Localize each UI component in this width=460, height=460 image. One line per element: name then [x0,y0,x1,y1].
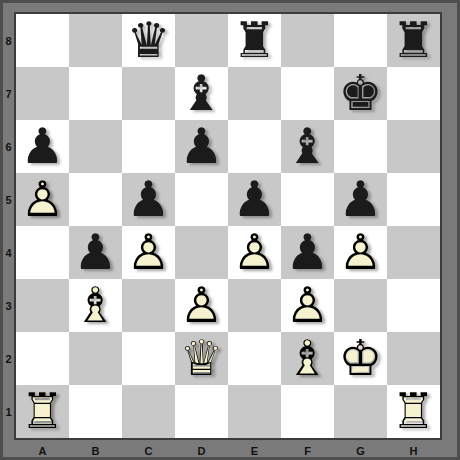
white-pawn-icon: ♟ [16,173,69,226]
piece-black-pawn-c5[interactable]: ♟ [122,173,175,226]
square-g8[interactable] [334,14,387,67]
square-a3[interactable] [16,279,69,332]
file-label-e: E [228,444,281,457]
square-c1[interactable] [122,385,175,438]
white-bishop-icon: ♝ [69,279,122,332]
white-pawn-icon: ♟ [281,279,334,332]
black-pawn-icon: ♟ [16,120,69,173]
piece-white-pawn-g4[interactable]: ♟♙ [334,226,387,279]
piece-black-pawn-f4[interactable]: ♟ [281,226,334,279]
square-g5[interactable]: ♟ [334,173,387,226]
piece-white-rook-a1[interactable]: ♜♖ [16,385,69,438]
rank-label-7: 7 [3,67,14,120]
square-a5[interactable]: ♟♙ [16,173,69,226]
square-f2[interactable]: ♝♗ [281,332,334,385]
piece-black-pawn-a6[interactable]: ♟ [16,120,69,173]
piece-black-bishop-d7[interactable]: ♝ [175,67,228,120]
piece-black-king-g7[interactable]: ♚ [334,67,387,120]
square-b4[interactable]: ♟ [69,226,122,279]
piece-white-pawn-c4[interactable]: ♟♙ [122,226,175,279]
black-pawn-icon: ♟ [69,226,122,279]
square-b3[interactable]: ♝♗ [69,279,122,332]
square-c6[interactable] [122,120,175,173]
white-pawn-outline-icon: ♙ [16,173,69,226]
square-g1[interactable] [334,385,387,438]
file-label-c: C [122,444,175,457]
square-e2[interactable] [228,332,281,385]
square-a1[interactable]: ♜♖ [16,385,69,438]
square-f1[interactable] [281,385,334,438]
black-pawn-icon: ♟ [334,173,387,226]
square-e4[interactable]: ♟♙ [228,226,281,279]
piece-black-bishop-f6[interactable]: ♝ [281,120,334,173]
square-a6[interactable]: ♟ [16,120,69,173]
square-e6[interactable] [228,120,281,173]
piece-black-rook-h8[interactable]: ♜ [387,14,440,67]
white-king-icon: ♚ [334,332,387,385]
square-c4[interactable]: ♟♙ [122,226,175,279]
white-rook-icon: ♜ [16,385,69,438]
black-rook-icon: ♜ [228,14,281,67]
black-queen-icon: ♛ [122,14,175,67]
square-g7[interactable]: ♚ [334,67,387,120]
square-h7[interactable] [387,67,440,120]
square-d7[interactable]: ♝ [175,67,228,120]
square-e1[interactable] [228,385,281,438]
square-c7[interactable] [122,67,175,120]
black-bishop-icon: ♝ [175,67,228,120]
file-label-b: B [69,444,122,457]
square-e8[interactable]: ♜ [228,14,281,67]
square-b1[interactable] [69,385,122,438]
black-pawn-icon: ♟ [281,226,334,279]
square-g4[interactable]: ♟♙ [334,226,387,279]
chess-board-window: ♛♜♜♝♚♟♟♝♟♙♟♟♟♟♟♙♟♙♟♟♙♝♗♟♙♟♙♛♕♝♗♚♔♜♖♜♖ 87… [0,0,460,460]
piece-white-queen-d2[interactable]: ♛♕ [175,332,228,385]
piece-white-pawn-d3[interactable]: ♟♙ [175,279,228,332]
square-e5[interactable]: ♟ [228,173,281,226]
square-h5[interactable] [387,173,440,226]
piece-white-pawn-f3[interactable]: ♟♙ [281,279,334,332]
piece-white-pawn-e4[interactable]: ♟♙ [228,226,281,279]
board-frame: ♛♜♜♝♚♟♟♝♟♙♟♟♟♟♟♙♟♙♟♟♙♝♗♟♙♟♙♛♕♝♗♚♔♜♖♜♖ [14,12,442,440]
square-c5[interactable]: ♟ [122,173,175,226]
square-d5[interactable] [175,173,228,226]
square-f3[interactable]: ♟♙ [281,279,334,332]
white-pawn-outline-icon: ♙ [334,226,387,279]
rank-label-4: 4 [3,226,14,279]
white-bishop-outline-icon: ♗ [69,279,122,332]
square-c2[interactable] [122,332,175,385]
square-a7[interactable] [16,67,69,120]
square-e7[interactable] [228,67,281,120]
square-c8[interactable]: ♛ [122,14,175,67]
white-queen-icon: ♛ [175,332,228,385]
square-d8[interactable] [175,14,228,67]
square-h6[interactable] [387,120,440,173]
file-label-g: G [334,444,387,457]
white-pawn-outline-icon: ♙ [228,226,281,279]
square-h1[interactable]: ♜♖ [387,385,440,438]
rank-label-5: 5 [3,173,14,226]
white-pawn-icon: ♟ [122,226,175,279]
white-rook-icon: ♜ [387,385,440,438]
square-d1[interactable] [175,385,228,438]
square-h2[interactable] [387,332,440,385]
file-label-f: F [281,444,334,457]
square-b6[interactable] [69,120,122,173]
square-d6[interactable]: ♟ [175,120,228,173]
white-queen-outline-icon: ♕ [175,332,228,385]
square-d3[interactable]: ♟♙ [175,279,228,332]
piece-black-pawn-b4[interactable]: ♟ [69,226,122,279]
square-f5[interactable] [281,173,334,226]
square-d4[interactable] [175,226,228,279]
square-a8[interactable] [16,14,69,67]
white-bishop-icon: ♝ [281,332,334,385]
rank-label-2: 2 [3,332,14,385]
square-f6[interactable]: ♝ [281,120,334,173]
white-pawn-outline-icon: ♙ [281,279,334,332]
piece-black-pawn-e5[interactable]: ♟ [228,173,281,226]
square-b8[interactable] [69,14,122,67]
file-label-d: D [175,444,228,457]
piece-black-queen-c8[interactable]: ♛ [122,14,175,67]
black-bishop-icon: ♝ [281,120,334,173]
piece-black-pawn-g5[interactable]: ♟ [334,173,387,226]
rank-label-1: 1 [3,385,14,438]
white-pawn-outline-icon: ♙ [122,226,175,279]
square-b7[interactable] [69,67,122,120]
board: ♛♜♜♝♚♟♟♝♟♙♟♟♟♟♟♙♟♙♟♟♙♝♗♟♙♟♙♛♕♝♗♚♔♜♖♜♖ [16,14,440,438]
square-h8[interactable]: ♜ [387,14,440,67]
white-rook-outline-icon: ♖ [16,385,69,438]
square-a2[interactable] [16,332,69,385]
piece-white-bishop-b3[interactable]: ♝♗ [69,279,122,332]
white-bishop-outline-icon: ♗ [281,332,334,385]
square-f7[interactable] [281,67,334,120]
white-pawn-outline-icon: ♙ [175,279,228,332]
white-king-outline-icon: ♔ [334,332,387,385]
square-g3[interactable] [334,279,387,332]
file-label-h: H [387,444,440,457]
black-pawn-icon: ♟ [175,120,228,173]
black-rook-icon: ♜ [387,14,440,67]
piece-black-rook-e8[interactable]: ♜ [228,14,281,67]
rank-label-3: 3 [3,279,14,332]
square-g2[interactable]: ♚♔ [334,332,387,385]
rank-label-6: 6 [3,120,14,173]
square-b5[interactable] [69,173,122,226]
square-c3[interactable] [122,279,175,332]
white-pawn-icon: ♟ [228,226,281,279]
black-king-icon: ♚ [334,67,387,120]
piece-white-king-g2[interactable]: ♚♔ [334,332,387,385]
square-h4[interactable] [387,226,440,279]
piece-black-pawn-d6[interactable]: ♟ [175,120,228,173]
square-g6[interactable] [334,120,387,173]
piece-white-bishop-f2[interactable]: ♝♗ [281,332,334,385]
white-pawn-icon: ♟ [175,279,228,332]
square-b2[interactable] [69,332,122,385]
square-a4[interactable] [16,226,69,279]
file-label-a: A [16,444,69,457]
square-f8[interactable] [281,14,334,67]
white-pawn-icon: ♟ [334,226,387,279]
square-h3[interactable] [387,279,440,332]
black-pawn-icon: ♟ [122,173,175,226]
white-rook-outline-icon: ♖ [387,385,440,438]
piece-white-rook-h1[interactable]: ♜♖ [387,385,440,438]
black-pawn-icon: ♟ [228,173,281,226]
square-d2[interactable]: ♛♕ [175,332,228,385]
piece-white-pawn-a5[interactable]: ♟♙ [16,173,69,226]
rank-label-8: 8 [3,14,14,67]
square-f4[interactable]: ♟ [281,226,334,279]
square-e3[interactable] [228,279,281,332]
